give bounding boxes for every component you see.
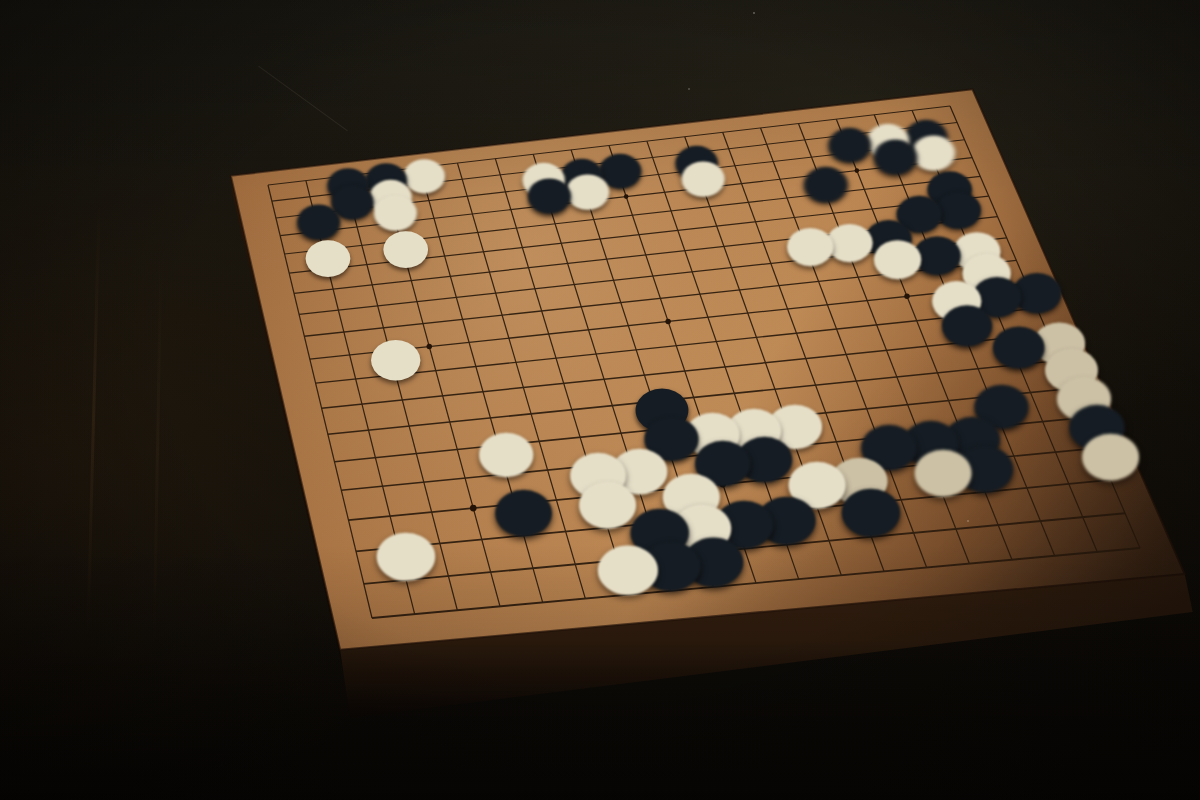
stones-layer: ●●●●●●●●●●●●●●●●●●●●●●●●●●●●●●●●●●●●●●●●… (0, 0, 1200, 800)
stone-white[interactable]: ● (594, 532, 663, 597)
stone-black[interactable]: ● (871, 131, 920, 177)
stone-black[interactable]: ● (989, 315, 1048, 371)
stone-white[interactable]: ● (871, 231, 925, 282)
stone-black[interactable]: ● (491, 478, 556, 539)
stone-white[interactable]: ● (678, 152, 727, 198)
stone-black[interactable]: ● (801, 157, 851, 204)
stone-white[interactable]: ● (373, 520, 440, 583)
stone-white[interactable]: ● (302, 231, 353, 279)
stone-black[interactable]: ● (938, 295, 996, 349)
stone-white[interactable]: ● (475, 421, 537, 479)
stone-black[interactable]: ● (525, 170, 574, 216)
stone-white[interactable]: ● (784, 218, 837, 268)
stone-white[interactable]: ● (367, 329, 423, 382)
photo-scene: ●●●●●●●●●●●●●●●●●●●●●●●●●●●●●●●●●●●●●●●●… (0, 0, 1200, 800)
stone-white[interactable]: ● (910, 438, 975, 499)
stone-white[interactable]: ● (380, 222, 431, 270)
stone-white[interactable]: ● (1078, 422, 1143, 483)
stone-black[interactable]: ● (838, 477, 905, 540)
